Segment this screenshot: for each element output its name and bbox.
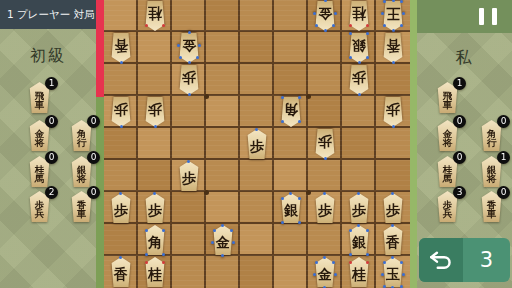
piece-gold-gote[interactable]: 金 <box>312 1 338 31</box>
turn-indicator-opponent <box>96 0 104 97</box>
move-hint-dot <box>366 229 369 232</box>
piece-pawn-sente[interactable]: 歩 <box>142 193 168 223</box>
move-hint-dot <box>145 24 148 27</box>
board-cell[interactable] <box>172 0 206 32</box>
move-hint-dot <box>213 229 216 232</box>
capture-count-badge: 0 <box>87 186 100 199</box>
board-cell[interactable] <box>240 32 274 64</box>
piece-pawn-gote[interactable]: 歩 <box>108 97 134 127</box>
move-hint-dot <box>366 56 369 59</box>
board-cell[interactable] <box>104 160 138 192</box>
piece-pawn-sente[interactable]: 歩 <box>346 193 372 223</box>
move-hint-dot <box>358 61 361 64</box>
move-hint-dot <box>349 253 352 256</box>
move-hint-dot <box>400 24 403 27</box>
piece-bishop-sente[interactable]: 角 <box>142 225 168 255</box>
move-hint-dot <box>349 24 352 27</box>
capture-count-badge: 3 <box>453 186 466 199</box>
move-hint-dot <box>188 61 191 64</box>
move-hint-dot <box>281 96 284 99</box>
board-cell[interactable] <box>206 256 240 288</box>
board-cell[interactable] <box>172 224 206 256</box>
capture-count-badge: 2 <box>45 186 58 199</box>
move-hint-dot <box>177 44 180 47</box>
piece-king-gote[interactable]: 王 <box>380 1 406 31</box>
capture-count-badge: 0 <box>497 115 510 128</box>
hand-piece-lance[interactable]: 香車0 <box>478 191 505 222</box>
board-cell[interactable] <box>206 160 240 192</box>
hand-piece-lance[interactable]: 香車0 <box>68 191 95 222</box>
piece-pawn-sente[interactable]: 歩 <box>244 129 270 159</box>
board-cell[interactable] <box>206 32 240 64</box>
piece-knight-sente[interactable]: 桂 <box>142 257 168 287</box>
move-hint-dot <box>187 160 190 163</box>
hand-piece-gold[interactable]: 金将0 <box>26 120 53 151</box>
hoshi-dot <box>204 190 209 195</box>
piece-lance-sente[interactable]: 香 <box>380 225 406 255</box>
piece-pawn-sente[interactable]: 歩 <box>380 193 406 223</box>
board-cell[interactable] <box>308 160 342 192</box>
hand-piece-bishop[interactable]: 角行0 <box>478 120 505 151</box>
capture-count-badge: 1 <box>453 77 466 90</box>
hand-piece-rook[interactable]: 飛車1 <box>26 82 53 113</box>
piece-lance-gote[interactable]: 香 <box>108 33 134 63</box>
move-hint-dot <box>313 12 316 15</box>
move-hint-dot <box>188 93 191 96</box>
piece-gold-sente[interactable]: 金 <box>312 257 338 287</box>
board-cell[interactable] <box>172 96 206 128</box>
capture-count-badge: 0 <box>497 186 510 199</box>
board-cell[interactable] <box>240 0 274 32</box>
move-hint-dot <box>281 120 284 123</box>
piece-pawn-gote[interactable]: 歩 <box>346 65 372 95</box>
capture-count-badge: 1 <box>497 151 510 164</box>
move-hint-dot <box>153 192 156 195</box>
board-cell[interactable] <box>138 160 172 192</box>
undo-button[interactable] <box>419 238 463 282</box>
piece-pawn-gote[interactable]: 歩 <box>142 97 168 127</box>
move-hint-dot <box>334 12 337 15</box>
piece-bishop-gote[interactable]: 角 <box>278 97 304 127</box>
move-hint-dot <box>366 32 369 35</box>
move-hint-dot <box>313 273 316 276</box>
board-cell[interactable] <box>138 32 172 64</box>
move-hint-dot <box>323 256 326 259</box>
piece-pawn-gote[interactable]: 歩 <box>380 97 406 127</box>
move-hint-dot <box>154 125 157 128</box>
hand-piece-pawn[interactable]: 歩兵2 <box>26 191 53 222</box>
board-cell[interactable] <box>104 128 138 160</box>
piece-pawn-sente[interactable]: 歩 <box>312 193 338 223</box>
board-cell[interactable] <box>342 96 376 128</box>
move-hint-dot <box>334 273 337 276</box>
move-hint-dot <box>281 221 284 224</box>
capture-count-badge: 0 <box>87 151 100 164</box>
board-cell[interactable] <box>206 96 240 128</box>
board-cell[interactable] <box>206 192 240 224</box>
move-hint-dot <box>349 261 352 264</box>
move-hint-dot <box>349 56 352 59</box>
app-root: 初級 飛車1金将0角行0桂馬0銀将0歩兵2香車0 1 プレーヤー 対局 桂金桂王… <box>0 0 512 288</box>
move-hint-dot <box>281 197 284 200</box>
move-hint-dot <box>366 253 369 256</box>
capture-count-badge: 0 <box>453 151 466 164</box>
move-hint-dot <box>198 44 201 47</box>
board-cell[interactable] <box>240 256 274 288</box>
move-hint-dot <box>315 261 318 264</box>
move-hint-dot <box>120 61 123 64</box>
hoshi-dot <box>306 94 311 99</box>
board-cell[interactable] <box>308 32 342 64</box>
piece-lance-gote[interactable]: 香 <box>380 33 406 63</box>
board-cell[interactable] <box>206 64 240 96</box>
board-cell[interactable] <box>240 96 274 128</box>
pause-button[interactable] <box>479 8 497 25</box>
left-player-name: 初級 <box>0 46 96 67</box>
move-hint-dot <box>298 120 301 123</box>
board-cell[interactable] <box>138 128 172 160</box>
move-hint-dot <box>392 61 395 64</box>
move-hint-dot <box>349 229 352 232</box>
shogi-board[interactable]: 桂金桂王香金銀香歩歩歩歩角歩歩歩歩歩歩銀歩歩歩角金銀香香桂金桂玉 <box>104 0 410 288</box>
move-hint-dot <box>162 253 165 256</box>
move-hint-dot <box>162 229 165 232</box>
board-cell[interactable] <box>274 0 308 32</box>
hand-piece-silver[interactable]: 銀将0 <box>68 156 95 187</box>
hoshi-dot <box>204 94 209 99</box>
move-hint-dot <box>358 93 361 96</box>
move-hint-dot <box>230 229 233 232</box>
piece-knight-sente[interactable]: 桂 <box>346 257 372 287</box>
board-cell[interactable] <box>104 64 138 96</box>
capture-count-badge: 0 <box>45 151 58 164</box>
move-hint-dot <box>391 256 394 259</box>
move-hint-dot <box>324 157 327 160</box>
board-cell[interactable] <box>274 256 308 288</box>
board-cell[interactable] <box>240 160 274 192</box>
board-cell[interactable] <box>172 192 206 224</box>
move-hint-dot <box>381 12 384 15</box>
move-hint-dot <box>366 24 369 27</box>
capture-count-badge: 1 <box>45 77 58 90</box>
piece-silver-sente[interactable]: 銀 <box>346 225 372 255</box>
move-hint-dot <box>383 261 386 264</box>
move-hint-dot <box>332 261 335 264</box>
hand-piece-knight[interactable]: 桂馬0 <box>434 156 461 187</box>
match-header-title: 1 プレーヤー 対局 <box>7 8 95 20</box>
move-hint-dot <box>392 29 395 32</box>
move-hint-dot <box>120 125 123 128</box>
move-hint-dot <box>179 56 182 59</box>
capture-count-badge: 0 <box>87 115 100 128</box>
board-cell[interactable] <box>206 0 240 32</box>
hoshi-dot <box>306 190 311 195</box>
right-player-name: 私 <box>417 48 512 69</box>
board-cell[interactable] <box>376 64 410 96</box>
move-hint-dot <box>119 192 122 195</box>
move-hint-dot <box>357 224 360 227</box>
move-hint-dot <box>402 12 405 15</box>
move-hint-dot <box>323 192 326 195</box>
piece-silver-sente[interactable]: 銀 <box>278 193 304 223</box>
pause-icon <box>492 8 497 25</box>
right-board-edge-strip <box>410 0 417 288</box>
board-cell[interactable] <box>308 96 342 128</box>
match-header: 1 プレーヤー 対局 <box>0 0 96 29</box>
move-hint-dot <box>162 24 165 27</box>
move-hint-dot <box>221 224 224 227</box>
hand-piece-pawn[interactable]: 歩兵3 <box>434 191 461 222</box>
right-header-band <box>417 0 512 33</box>
hand-piece-bishop[interactable]: 角行0 <box>68 120 95 151</box>
move-hint-dot <box>392 125 395 128</box>
move-hint-dot <box>162 261 165 264</box>
move-hint-dot <box>349 32 352 35</box>
capture-count-badge: 0 <box>45 115 58 128</box>
move-hint-dot <box>391 192 394 195</box>
board-cell[interactable] <box>308 224 342 256</box>
move-hint-dot <box>255 128 258 131</box>
pause-icon <box>479 8 484 25</box>
move-hint-dot <box>383 24 386 27</box>
move-hint-dot <box>298 197 301 200</box>
board-cell[interactable] <box>172 256 206 288</box>
piece-pawn-sente[interactable]: 歩 <box>176 161 202 191</box>
board-cell[interactable] <box>342 128 376 160</box>
move-hint-dot <box>298 221 301 224</box>
board-cell[interactable] <box>274 160 308 192</box>
board-cell[interactable] <box>240 64 274 96</box>
board-cell[interactable] <box>274 224 308 256</box>
board-cell[interactable] <box>342 160 376 192</box>
move-hint-dot <box>145 253 148 256</box>
move-hint-dot <box>145 261 148 264</box>
move-hint-dot <box>232 241 235 244</box>
undo-count: 3 <box>463 238 510 282</box>
move-hint-dot <box>332 24 335 27</box>
move-hint-dot <box>211 241 214 244</box>
move-hint-dot <box>221 254 224 257</box>
piece-pawn-gote[interactable]: 歩 <box>312 129 338 159</box>
move-hint-dot <box>289 192 292 195</box>
board-cell[interactable] <box>376 160 410 192</box>
piece-king-sente[interactable]: 玉 <box>380 257 406 287</box>
move-hint-dot <box>400 261 403 264</box>
move-hint-dot <box>298 96 301 99</box>
board-cell[interactable] <box>240 192 274 224</box>
board-cell[interactable] <box>274 64 308 96</box>
board-cell[interactable] <box>308 64 342 96</box>
move-hint-dot <box>119 256 122 259</box>
board-cell[interactable] <box>206 128 240 160</box>
move-hint-dot <box>383 0 386 3</box>
board-cell[interactable] <box>172 128 206 160</box>
piece-knight-gote[interactable]: 桂 <box>346 1 372 31</box>
piece-gold-sente[interactable]: 金 <box>210 225 236 255</box>
undo-panel: 3 <box>419 238 510 282</box>
move-hint-dot <box>357 192 360 195</box>
piece-pawn-gote[interactable]: 歩 <box>176 65 202 95</box>
move-hint-dot <box>315 24 318 27</box>
move-hint-dot <box>400 0 403 3</box>
piece-pawn-sente[interactable]: 歩 <box>108 193 134 223</box>
board-cell[interactable] <box>104 224 138 256</box>
piece-gold-gote[interactable]: 金 <box>176 33 202 63</box>
move-hint-dot <box>402 273 405 276</box>
left-player-panel: 初級 飛車1金将0角行0桂馬0銀将0歩兵2香車0 <box>0 0 96 288</box>
move-hint-dot <box>188 31 191 34</box>
hand-piece-silver[interactable]: 銀将1 <box>478 156 505 187</box>
hand-piece-gold[interactable]: 金将0 <box>434 120 461 151</box>
undo-arrow-icon <box>428 250 454 270</box>
board-cell[interactable] <box>138 64 172 96</box>
move-hint-dot <box>324 29 327 32</box>
board-cell[interactable] <box>376 128 410 160</box>
hand-piece-knight[interactable]: 桂馬0 <box>26 156 53 187</box>
piece-silver-gote[interactable]: 銀 <box>346 33 372 63</box>
board-cell[interactable] <box>274 32 308 64</box>
move-hint-dot <box>366 261 369 264</box>
board-cell[interactable] <box>240 224 274 256</box>
move-hint-dot <box>391 224 394 227</box>
piece-knight-gote[interactable]: 桂 <box>142 1 168 31</box>
board-cell[interactable] <box>104 0 138 32</box>
move-hint-dot <box>381 273 384 276</box>
move-hint-dot <box>196 56 199 59</box>
board-cell[interactable] <box>274 128 308 160</box>
capture-count-badge: 0 <box>453 115 466 128</box>
hand-piece-rook[interactable]: 飛車1 <box>434 82 461 113</box>
move-hint-dot <box>145 229 148 232</box>
piece-lance-sente[interactable]: 香 <box>108 257 134 287</box>
